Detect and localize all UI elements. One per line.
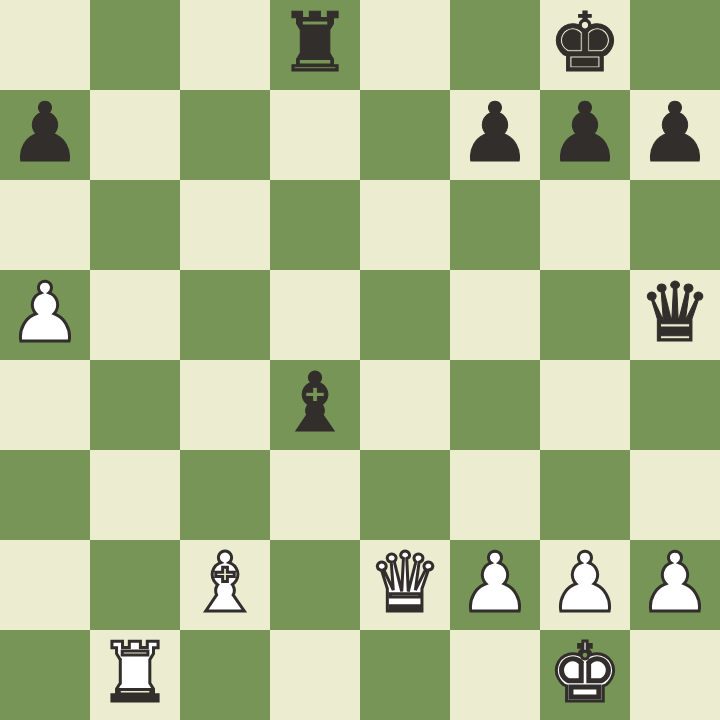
square-f8[interactable] [450,0,540,90]
square-d4[interactable]: ♝ [270,360,360,450]
square-g5[interactable] [540,270,630,360]
square-f4[interactable] [450,360,540,450]
square-b8[interactable] [90,0,180,90]
square-f7[interactable]: ♟ [450,90,540,180]
square-b4[interactable] [90,360,180,450]
square-g6[interactable] [540,180,630,270]
piece-white-queen[interactable]: ♛ [368,538,442,628]
square-f2[interactable]: ♟ [450,540,540,630]
square-c7[interactable] [180,90,270,180]
square-a8[interactable] [0,0,90,90]
square-h4[interactable] [630,360,720,450]
square-c6[interactable] [180,180,270,270]
square-g8[interactable]: ♚ [540,0,630,90]
piece-black-pawn[interactable]: ♟ [8,88,82,178]
square-d1[interactable] [270,630,360,720]
square-c4[interactable] [180,360,270,450]
piece-black-bishop[interactable]: ♝ [278,358,352,448]
piece-white-pawn[interactable]: ♟ [8,268,82,358]
square-a1[interactable] [0,630,90,720]
square-g2[interactable]: ♟ [540,540,630,630]
square-h3[interactable] [630,450,720,540]
square-b2[interactable] [90,540,180,630]
square-a3[interactable] [0,450,90,540]
square-h6[interactable] [630,180,720,270]
square-d7[interactable] [270,90,360,180]
piece-white-pawn[interactable]: ♟ [638,538,712,628]
square-d8[interactable]: ♜ [270,0,360,90]
square-h7[interactable]: ♟ [630,90,720,180]
square-a2[interactable] [0,540,90,630]
square-h1[interactable] [630,630,720,720]
piece-black-rook[interactable]: ♜ [278,0,352,88]
square-h5[interactable]: ♛ [630,270,720,360]
square-e1[interactable] [360,630,450,720]
square-b5[interactable] [90,270,180,360]
square-c3[interactable] [180,450,270,540]
piece-black-pawn[interactable]: ♟ [458,88,532,178]
square-a7[interactable]: ♟ [0,90,90,180]
piece-white-pawn[interactable]: ♟ [548,538,622,628]
square-h2[interactable]: ♟ [630,540,720,630]
square-e2[interactable]: ♛ [360,540,450,630]
piece-white-rook[interactable]: ♜ [98,628,172,718]
square-g1[interactable]: ♚ [540,630,630,720]
square-e8[interactable] [360,0,450,90]
chess-board: ♜♚♟♟♟♟♟♛♝♝♛♟♟♟♜♚ [0,0,720,720]
square-e5[interactable] [360,270,450,360]
square-a5[interactable]: ♟ [0,270,90,360]
chess-board-container: ♜♚♟♟♟♟♟♛♝♝♛♟♟♟♜♚ [0,0,720,720]
square-g4[interactable] [540,360,630,450]
square-b3[interactable] [90,450,180,540]
square-d2[interactable] [270,540,360,630]
square-a4[interactable] [0,360,90,450]
square-b6[interactable] [90,180,180,270]
piece-black-king[interactable]: ♚ [548,0,622,88]
square-f5[interactable] [450,270,540,360]
square-g3[interactable] [540,450,630,540]
piece-white-king[interactable]: ♚ [548,628,622,718]
square-d5[interactable] [270,270,360,360]
square-c2[interactable]: ♝ [180,540,270,630]
square-d3[interactable] [270,450,360,540]
piece-black-pawn[interactable]: ♟ [638,88,712,178]
square-b7[interactable] [90,90,180,180]
square-f1[interactable] [450,630,540,720]
square-e4[interactable] [360,360,450,450]
square-e6[interactable] [360,180,450,270]
piece-white-bishop[interactable]: ♝ [188,538,262,628]
square-c8[interactable] [180,0,270,90]
piece-black-queen[interactable]: ♛ [638,268,712,358]
square-h8[interactable] [630,0,720,90]
square-e3[interactable] [360,450,450,540]
square-d6[interactable] [270,180,360,270]
square-c5[interactable] [180,270,270,360]
square-g7[interactable]: ♟ [540,90,630,180]
square-a6[interactable] [0,180,90,270]
piece-black-pawn[interactable]: ♟ [548,88,622,178]
square-e7[interactable] [360,90,450,180]
square-f3[interactable] [450,450,540,540]
piece-white-pawn[interactable]: ♟ [458,538,532,628]
square-b1[interactable]: ♜ [90,630,180,720]
square-c1[interactable] [180,630,270,720]
square-f6[interactable] [450,180,540,270]
